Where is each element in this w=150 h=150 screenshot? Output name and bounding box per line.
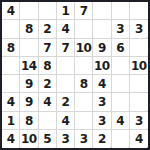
cell-r1c5-clue: 7 <box>75 2 93 20</box>
cell-r6c1-clue: 4 <box>2 93 20 111</box>
cell-r5c2-clue: 9 <box>20 75 38 93</box>
cell-r5c5-clue: 8 <box>75 75 93 93</box>
cell-r3c7-clue: 6 <box>112 39 130 57</box>
cell-r1c6-empty[interactable] <box>93 2 111 20</box>
cell-r1c7-empty[interactable] <box>112 2 130 20</box>
cell-r2c2-clue: 8 <box>20 20 38 38</box>
cell-r7c5-empty[interactable] <box>75 112 93 130</box>
cell-r3c6-clue: 9 <box>93 39 111 57</box>
cell-r8c3-clue: 5 <box>39 130 57 148</box>
cell-r5c1-empty[interactable] <box>2 75 20 93</box>
cell-r3c2-empty[interactable] <box>20 39 38 57</box>
cell-r2c6-empty[interactable] <box>93 20 111 38</box>
cell-r1c8-empty[interactable] <box>130 2 148 20</box>
cell-r2c3-clue: 2 <box>39 20 57 38</box>
cell-r7c7-clue: 4 <box>112 112 130 130</box>
cell-r6c8-empty[interactable] <box>130 93 148 111</box>
cell-r4c6-clue: 10 <box>93 57 111 75</box>
cell-r5c3-clue: 2 <box>39 75 57 93</box>
cell-r8c6-clue: 2 <box>93 130 111 148</box>
cell-r4c1-empty[interactable] <box>2 57 20 75</box>
cell-r3c5-clue: 10 <box>75 39 93 57</box>
cell-r8c2-clue: 10 <box>20 130 38 148</box>
cell-r6c5-empty[interactable] <box>75 93 93 111</box>
cell-r4c5-empty[interactable] <box>75 57 93 75</box>
cell-r6c6-clue: 3 <box>93 93 111 111</box>
cell-r4c2-clue: 14 <box>20 57 38 75</box>
cell-r2c5-empty[interactable] <box>75 20 93 38</box>
cell-r1c4-clue: 1 <box>57 2 75 20</box>
cell-r3c8-empty[interactable] <box>130 39 148 57</box>
cell-r8c7-empty[interactable] <box>112 130 130 148</box>
cell-r5c4-empty[interactable] <box>57 75 75 93</box>
cell-r5c6-clue: 4 <box>93 75 111 93</box>
cell-r3c4-clue: 7 <box>57 39 75 57</box>
cell-r8c4-clue: 3 <box>57 130 75 148</box>
cell-r2c7-clue: 3 <box>112 20 130 38</box>
cell-r4c4-empty[interactable] <box>57 57 75 75</box>
cell-r8c1-clue: 4 <box>2 130 20 148</box>
cell-r7c1-clue: 1 <box>2 112 20 130</box>
cell-r4c3-clue: 8 <box>39 57 57 75</box>
cell-r6c7-empty[interactable] <box>112 93 130 111</box>
puzzle-board: 4178243387710961481010928449423184343410… <box>0 0 150 150</box>
cell-r6c2-clue: 9 <box>20 93 38 111</box>
cell-r2c1-empty[interactable] <box>2 20 20 38</box>
cell-r7c8-clue: 3 <box>130 112 148 130</box>
cell-r3c3-clue: 7 <box>39 39 57 57</box>
cell-r5c7-empty[interactable] <box>112 75 130 93</box>
cell-r1c1-clue: 4 <box>2 2 20 20</box>
cell-r4c7-empty[interactable] <box>112 57 130 75</box>
cell-r2c8-clue: 3 <box>130 20 148 38</box>
cell-r8c5-clue: 3 <box>75 130 93 148</box>
cell-r6c3-clue: 4 <box>39 93 57 111</box>
cell-r7c4-clue: 4 <box>57 112 75 130</box>
cell-r8c8-clue: 4 <box>130 130 148 148</box>
cell-r1c2-empty[interactable] <box>20 2 38 20</box>
cell-r4c8-clue: 10 <box>130 57 148 75</box>
cell-r5c8-empty[interactable] <box>130 75 148 93</box>
cell-r7c3-empty[interactable] <box>39 112 57 130</box>
cell-r6c4-clue: 2 <box>57 93 75 111</box>
cell-r2c4-clue: 4 <box>57 20 75 38</box>
cell-r7c6-clue: 3 <box>93 112 111 130</box>
cell-r1c3-empty[interactable] <box>39 2 57 20</box>
cell-r7c2-clue: 8 <box>20 112 38 130</box>
cell-r3c1-clue: 8 <box>2 39 20 57</box>
